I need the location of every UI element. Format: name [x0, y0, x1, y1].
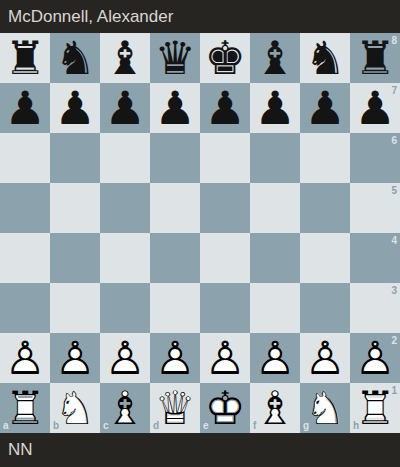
- square-d4[interactable]: [150, 233, 200, 283]
- piece-white-knight[interactable]: ♞♘: [50, 383, 100, 433]
- square-b2[interactable]: ♟♙: [50, 333, 100, 383]
- white-pawn-outline: ♙: [0, 333, 50, 383]
- piece-black-pawn[interactable]: ♟: [350, 83, 400, 133]
- square-c3[interactable]: [100, 283, 150, 333]
- square-g6[interactable]: [300, 133, 350, 183]
- piece-white-bishop[interactable]: ♝♗: [250, 383, 300, 433]
- white-rook-outline: ♖: [0, 383, 50, 433]
- piece-white-pawn[interactable]: ♟♙: [250, 333, 300, 383]
- piece-black-pawn[interactable]: ♟: [150, 83, 200, 133]
- square-b6[interactable]: [50, 133, 100, 183]
- piece-black-pawn[interactable]: ♟: [300, 83, 350, 133]
- square-c1[interactable]: ♝♗c: [100, 383, 150, 433]
- square-b8[interactable]: ♞: [50, 33, 100, 83]
- square-d6[interactable]: [150, 133, 200, 183]
- square-h6[interactable]: 6: [350, 133, 400, 183]
- piece-black-knight[interactable]: ♞: [50, 33, 100, 83]
- square-a3[interactable]: [0, 283, 50, 333]
- coord-rank-4: 4: [391, 236, 397, 246]
- white-bishop-outline: ♗: [100, 383, 150, 433]
- square-h8[interactable]: ♜8: [350, 33, 400, 83]
- piece-white-rook[interactable]: ♜♖: [350, 383, 400, 433]
- piece-black-bishop[interactable]: ♝: [100, 33, 150, 83]
- piece-white-pawn[interactable]: ♟♙: [200, 333, 250, 383]
- square-g3[interactable]: [300, 283, 350, 333]
- piece-white-queen[interactable]: ♛♕: [150, 383, 200, 433]
- square-b5[interactable]: [50, 183, 100, 233]
- square-d7[interactable]: ♟: [150, 83, 200, 133]
- square-g1[interactable]: ♞♘g: [300, 383, 350, 433]
- white-pawn-outline: ♙: [150, 333, 200, 383]
- square-f3[interactable]: [250, 283, 300, 333]
- square-c7[interactable]: ♟: [100, 83, 150, 133]
- square-e7[interactable]: ♟: [200, 83, 250, 133]
- piece-black-pawn[interactable]: ♟: [200, 83, 250, 133]
- piece-black-queen[interactable]: ♛: [150, 33, 200, 83]
- square-b3[interactable]: [50, 283, 100, 333]
- square-f6[interactable]: [250, 133, 300, 183]
- square-h5[interactable]: 5: [350, 183, 400, 233]
- piece-black-pawn[interactable]: ♟: [250, 83, 300, 133]
- square-h2[interactable]: ♟♙2: [350, 333, 400, 383]
- square-f2[interactable]: ♟♙: [250, 333, 300, 383]
- square-g7[interactable]: ♟: [300, 83, 350, 133]
- square-a7[interactable]: ♟: [0, 83, 50, 133]
- square-h3[interactable]: 3: [350, 283, 400, 333]
- square-b7[interactable]: ♟: [50, 83, 100, 133]
- square-e2[interactable]: ♟♙: [200, 333, 250, 383]
- square-f8[interactable]: ♝: [250, 33, 300, 83]
- square-d3[interactable]: [150, 283, 200, 333]
- white-queen-outline: ♕: [150, 383, 200, 433]
- square-c6[interactable]: [100, 133, 150, 183]
- piece-black-rook[interactable]: ♜: [350, 33, 400, 83]
- square-d8[interactable]: ♛: [150, 33, 200, 83]
- square-a8[interactable]: ♜: [0, 33, 50, 83]
- piece-black-pawn[interactable]: ♟: [50, 83, 100, 133]
- square-h4[interactable]: 4: [350, 233, 400, 283]
- square-a2[interactable]: ♟♙: [0, 333, 50, 383]
- square-g5[interactable]: [300, 183, 350, 233]
- piece-black-king[interactable]: ♚: [200, 33, 250, 83]
- white-king-outline: ♔: [200, 383, 250, 433]
- square-e4[interactable]: [200, 233, 250, 283]
- square-f7[interactable]: ♟: [250, 83, 300, 133]
- top-player-bar: McDonnell, Alexander: [0, 0, 400, 33]
- piece-white-pawn[interactable]: ♟♙: [0, 333, 50, 383]
- bottom-player-bar: NN: [0, 433, 400, 467]
- square-c8[interactable]: ♝: [100, 33, 150, 83]
- piece-white-pawn[interactable]: ♟♙: [300, 333, 350, 383]
- square-g8[interactable]: ♞: [300, 33, 350, 83]
- piece-black-pawn[interactable]: ♟: [0, 83, 50, 133]
- square-a6[interactable]: [0, 133, 50, 183]
- square-g2[interactable]: ♟♙: [300, 333, 350, 383]
- square-c4[interactable]: [100, 233, 150, 283]
- square-f5[interactable]: [250, 183, 300, 233]
- square-a4[interactable]: [0, 233, 50, 283]
- piece-black-bishop[interactable]: ♝: [250, 33, 300, 83]
- square-e5[interactable]: [200, 183, 250, 233]
- piece-white-pawn[interactable]: ♟♙: [150, 333, 200, 383]
- white-knight-outline: ♘: [300, 383, 350, 433]
- square-d2[interactable]: ♟♙: [150, 333, 200, 383]
- square-h7[interactable]: ♟7: [350, 83, 400, 133]
- square-f4[interactable]: [250, 233, 300, 283]
- square-e8[interactable]: ♚: [200, 33, 250, 83]
- piece-black-pawn[interactable]: ♟: [100, 83, 150, 133]
- square-a5[interactable]: [0, 183, 50, 233]
- piece-white-pawn[interactable]: ♟♙: [100, 333, 150, 383]
- white-pawn-outline: ♙: [200, 333, 250, 383]
- square-d5[interactable]: [150, 183, 200, 233]
- piece-white-bishop[interactable]: ♝♗: [100, 383, 150, 433]
- white-pawn-outline: ♙: [250, 333, 300, 383]
- white-pawn-outline: ♙: [300, 333, 350, 383]
- coord-rank-6: 6: [391, 136, 397, 146]
- piece-white-knight[interactable]: ♞♘: [300, 383, 350, 433]
- square-f1[interactable]: ♝♗f: [250, 383, 300, 433]
- square-b4[interactable]: [50, 233, 100, 283]
- piece-white-king[interactable]: ♚♔: [200, 383, 250, 433]
- square-g4[interactable]: [300, 233, 350, 283]
- square-e1[interactable]: ♚♔e: [200, 383, 250, 433]
- square-c5[interactable]: [100, 183, 150, 233]
- square-e6[interactable]: [200, 133, 250, 183]
- square-b1[interactable]: ♞♘b: [50, 383, 100, 433]
- square-d1[interactable]: ♛♕d: [150, 383, 200, 433]
- square-h1[interactable]: ♜♖1h: [350, 383, 400, 433]
- square-a1[interactable]: ♜♖a: [0, 383, 50, 433]
- square-e3[interactable]: [200, 283, 250, 333]
- coord-rank-5: 5: [391, 186, 397, 196]
- coord-rank-3: 3: [391, 286, 397, 296]
- white-rook-outline: ♖: [350, 383, 400, 433]
- square-c2[interactable]: ♟♙: [100, 333, 150, 383]
- top-player-name[interactable]: McDonnell, Alexander: [8, 7, 173, 27]
- white-pawn-outline: ♙: [350, 333, 400, 383]
- piece-white-pawn[interactable]: ♟♙: [350, 333, 400, 383]
- piece-white-rook[interactable]: ♜♖: [0, 383, 50, 433]
- piece-white-pawn[interactable]: ♟♙: [50, 333, 100, 383]
- piece-black-knight[interactable]: ♞: [300, 33, 350, 83]
- bottom-player-name[interactable]: NN: [8, 440, 33, 460]
- piece-black-rook[interactable]: ♜: [0, 33, 50, 83]
- white-pawn-outline: ♙: [50, 333, 100, 383]
- white-pawn-outline: ♙: [100, 333, 150, 383]
- white-bishop-outline: ♗: [250, 383, 300, 433]
- white-knight-outline: ♘: [50, 383, 100, 433]
- chess-board: ♜♞♝♛♚♝♞♜8♟♟♟♟♟♟♟♟76543♟♙♟♙♟♙♟♙♟♙♟♙♟♙♟♙2♜…: [0, 33, 400, 433]
